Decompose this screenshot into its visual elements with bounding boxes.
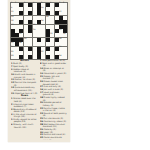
cell-r12c4[interactable]: [24, 51, 28, 55]
cell-r12c6[interactable]: [33, 51, 37, 55]
cell-r2c2[interactable]: [15, 7, 19, 11]
cell-number: 13: [11, 16, 13, 18]
cell-r6c10[interactable]: [50, 25, 54, 29]
cell-r11c2[interactable]: [15, 47, 19, 51]
cell-number: 7: [59, 2, 60, 4]
cell-number: 28: [19, 42, 21, 44]
cell-r4c6[interactable]: [33, 16, 37, 20]
clue-item: 24 Frozen sweet treat served cold (6): [40, 80, 67, 85]
clue-text: Kindly regard for other people (13): [13, 118, 36, 123]
cell-r8c3[interactable]: 22: [19, 33, 23, 37]
cell-r6c9[interactable]: [46, 25, 50, 29]
cell-r1c10[interactable]: 6: [50, 3, 54, 7]
cell-number: 26: [59, 38, 61, 40]
down-clues-part2: 7 Give permission to (3)8 Neat and in go…: [40, 59, 67, 88]
cell-r10c7[interactable]: [37, 42, 41, 46]
cell-r9c4[interactable]: 25: [24, 38, 28, 42]
cell-r10c4[interactable]: [24, 42, 28, 46]
cell-number: 16: [41, 20, 43, 22]
cell-number: 17: [11, 24, 13, 26]
clues-area: Across 1 Exist (2)7 Spoil badly (2)9 Hid…: [11, 59, 67, 140]
cell-r6c8[interactable]: [41, 25, 45, 29]
cell-number: 23: [50, 33, 52, 35]
cell-r7c5-block: [28, 29, 32, 33]
cell-r9c12[interactable]: 26: [59, 38, 63, 42]
cell-r2c11[interactable]: [55, 7, 59, 11]
cell-number: 9: [11, 7, 12, 9]
cell-r3c12[interactable]: 12: [59, 11, 63, 15]
cell-r3c11-block: [55, 11, 59, 15]
cell-r10c11[interactable]: [55, 42, 59, 46]
cell-r10c10[interactable]: [50, 42, 54, 46]
cell-number: 6: [50, 2, 51, 4]
cell-r5c5-block: [28, 20, 32, 24]
cell-r9c7-block: [37, 38, 41, 42]
cell-r1c2[interactable]: 2: [15, 3, 19, 7]
cell-number: 15: [11, 20, 13, 22]
cell-r12c11[interactable]: [55, 51, 59, 55]
cell-r3c3-block: [19, 11, 23, 15]
cell-r6c1[interactable]: 17: [11, 25, 15, 29]
cell-r3c10[interactable]: [50, 11, 54, 15]
cell-r8c11[interactable]: [55, 33, 59, 37]
cell-number: 30: [59, 46, 61, 48]
clue-text: Praise highly indeed (6): [43, 96, 65, 101]
clue-text: Well below the usual standard (11): [43, 122, 65, 127]
cell-r6c5-block: [28, 25, 32, 29]
cell-r4c5[interactable]: [28, 16, 32, 20]
cell-number: 25: [24, 38, 26, 40]
clue-item: 28 Well below the usual standard (11): [40, 122, 67, 127]
cell-r12c3[interactable]: [19, 51, 23, 55]
cell-r12c5[interactable]: [28, 51, 32, 55]
cell-r3c6[interactable]: [33, 11, 37, 15]
cell-r4c9[interactable]: 14: [46, 16, 50, 20]
cell-r11c11-block: [55, 47, 59, 51]
cell-r12c9[interactable]: [46, 51, 50, 55]
cell-number: 8: [63, 2, 64, 4]
clue-item: 13 Quite extraordinary achievement (11): [11, 86, 38, 91]
cell-r1c3-block: [19, 3, 23, 7]
cell-number: 10: [41, 7, 43, 9]
cell-number: 11: [11, 11, 13, 13]
cell-r5c2[interactable]: [15, 20, 19, 24]
cell-r2c5[interactable]: [28, 7, 32, 11]
clue-text: Beyond any shadow of doubt (13): [13, 108, 36, 113]
cell-r6c13-block: [63, 25, 67, 29]
cell-number: 20: [33, 29, 35, 31]
cell-r9c6[interactable]: [33, 38, 37, 42]
clue-item: 17 Level and even ground (4): [40, 91, 67, 96]
cell-r4c3[interactable]: [19, 16, 23, 20]
cell-r5c10[interactable]: [50, 20, 54, 24]
cell-number: 18: [33, 24, 35, 26]
cell-r4c2[interactable]: [15, 16, 19, 20]
clue-item: 3 Beyond any shadow of doubt (13): [11, 108, 38, 113]
cell-r3c13[interactable]: [63, 11, 67, 15]
clue-item: 22 Fanciful hope, castle in the air (6): [40, 106, 67, 111]
cell-r8c5[interactable]: [28, 33, 32, 37]
cell-number: 31: [11, 51, 13, 53]
cell-r4c12-block: [59, 16, 63, 20]
cell-r9c8[interactable]: [41, 38, 45, 42]
cell-r7c4[interactable]: [24, 29, 28, 33]
cell-r1c13[interactable]: 8: [63, 3, 67, 7]
cell-r10c8[interactable]: [41, 42, 45, 46]
cell-r1c4[interactable]: 3: [24, 3, 28, 7]
cell-number: 32: [41, 51, 43, 53]
cell-r10c5[interactable]: [28, 42, 32, 46]
cell-r6c4[interactable]: [24, 25, 28, 29]
cell-r10c3[interactable]: 28: [19, 42, 23, 46]
cell-r2c13[interactable]: [63, 7, 67, 11]
cell-r4c10[interactable]: [50, 16, 54, 20]
cell-r2c10[interactable]: [50, 7, 54, 11]
clue-item: 4 In the usual manner of things (13): [11, 113, 38, 118]
cell-number: 2: [15, 2, 16, 4]
clue-text: Point of the compass (2): [14, 81, 37, 86]
cell-r3c7-block: [37, 11, 41, 15]
across-clues-part2: 16 Join with a knot (3)17 Level and even…: [40, 88, 67, 140]
cell-r11c5-block: [28, 47, 32, 51]
clue-text: Hidden store of treasure (6): [13, 68, 29, 73]
clue-item: 14 Make an attempt at (3): [40, 67, 67, 72]
crossword-page: 1234567891011121314151617181920212223242…: [8, 0, 70, 142]
cell-r8c13[interactable]: 24: [63, 33, 67, 37]
cell-r8c8[interactable]: [41, 33, 45, 37]
cell-r11c10[interactable]: [50, 47, 54, 51]
clue-text: Showily, with much flourish (13): [13, 123, 33, 128]
clue-item: 32 Come round once more (6): [40, 136, 67, 140]
cell-r8c6[interactable]: [33, 33, 37, 37]
cell-r8c10[interactable]: 23: [50, 33, 54, 37]
clue-item: 20 Notable period of history (3): [40, 101, 67, 106]
clue-item: 1 Scatter seed over the field (6): [11, 97, 38, 102]
cell-r9c5[interactable]: [28, 38, 32, 42]
cell-r12c10[interactable]: [50, 51, 54, 55]
cell-r6c2[interactable]: [15, 25, 19, 29]
cell-r5c9[interactable]: [46, 20, 50, 24]
crossword-grid: 1234567891011121314151617181920212223242…: [10, 2, 68, 60]
cell-r7c11-block: [55, 29, 59, 33]
clue-text: Neat and in good order (4): [42, 62, 66, 67]
cell-r12c13[interactable]: [63, 51, 67, 55]
cell-r5c8[interactable]: 16: [41, 20, 45, 24]
clue-text: Fanciful hope, castle in the air (6): [43, 106, 65, 111]
cell-r10c6[interactable]: [33, 42, 37, 46]
clue-column-left: Across 1 Exist (2)7 Spoil badly (2)9 Hid…: [11, 59, 38, 140]
cell-r2c8[interactable]: 10: [41, 7, 45, 11]
cell-r9c10[interactable]: [50, 38, 54, 42]
cell-r4c11[interactable]: [55, 16, 59, 20]
cell-r3c5-block: [28, 11, 32, 15]
cell-r11c6[interactable]: [33, 47, 37, 51]
cell-r7c8[interactable]: [41, 29, 45, 33]
cell-r3c2[interactable]: [15, 11, 19, 15]
clue-text: Harsh and severe in manner (6): [14, 73, 36, 78]
cell-number: 34: [59, 55, 61, 57]
down-clues-part1: 1 Scatter seed over the field (6)2 Infor…: [11, 97, 38, 127]
cell-r3c8[interactable]: [41, 11, 45, 15]
cell-number: 24: [63, 33, 65, 35]
clue-text: Notable period of history (3): [43, 101, 62, 106]
cell-r9c11-block: [55, 38, 59, 42]
clue-item: 2 Informal meal taken outdoors (7): [11, 102, 38, 107]
cell-r7c6[interactable]: 20: [33, 29, 37, 33]
cell-r8c7[interactable]: [37, 33, 41, 37]
clue-item: 10 Harsh and severe in manner (6): [11, 73, 38, 78]
clue-text: Level and even ground (4): [43, 91, 60, 96]
cell-number: 3: [24, 2, 25, 4]
cell-number: 33: [11, 55, 13, 57]
cell-r5c13-block: [63, 20, 67, 24]
cell-number: 27: [11, 42, 13, 44]
clue-text: Frozen sweet treat served cold (6): [43, 80, 63, 85]
cell-r5c3-block: [19, 20, 23, 24]
cell-number: 21: [59, 29, 61, 31]
cell-number: 5: [41, 2, 42, 4]
cell-r1c6[interactable]: 4: [33, 3, 37, 7]
cell-r2c3[interactable]: [19, 7, 23, 11]
cell-r6c11[interactable]: [55, 25, 59, 29]
clue-text: Deeply felt and sincere (7): [43, 75, 60, 80]
cell-number: 14: [46, 16, 48, 18]
cell-r6c3[interactable]: [19, 25, 23, 29]
cell-r8c1-block: [11, 33, 15, 37]
cell-r3c4[interactable]: [24, 11, 28, 15]
cell-number: 19: [37, 24, 39, 26]
cell-r9c9-block: [46, 38, 50, 42]
cell-r4c4[interactable]: [24, 16, 28, 20]
cell-r9c13[interactable]: [63, 38, 67, 42]
clue-item: 8 Neat and in good order (4): [40, 62, 67, 67]
clue-column-right: 7 Give permission to (3)8 Neat and in go…: [40, 59, 67, 140]
cell-r2c9[interactable]: [46, 7, 50, 11]
cell-number: 12: [59, 11, 61, 13]
cell-r11c4[interactable]: [24, 47, 28, 51]
cell-number: 22: [19, 33, 21, 35]
clue-item: 18 Praise highly indeed (6): [40, 96, 67, 101]
clue-item: 5 Kindly regard for other people (13): [11, 118, 38, 123]
cell-r4c13[interactable]: [63, 16, 67, 20]
clue-text: In the usual manner of things (13): [13, 113, 36, 118]
cell-r7c7[interactable]: [37, 29, 41, 33]
across-clues-part1: 1 Exist (2)7 Spoil badly (2)9 Hidden sto…: [11, 62, 38, 93]
clue-item: 21 Deeply felt and sincere (7): [40, 75, 67, 80]
screenshot-root: 1234567891011121314151617181920212223242…: [0, 0, 150, 150]
clue-text: Make an attempt at (3): [43, 67, 64, 72]
clue-item: 9 Hidden store of treasure (6): [11, 68, 38, 73]
cell-number: 1: [11, 2, 12, 4]
clue-item: 6 Showily, with much flourish (13): [11, 123, 38, 128]
cell-r5c12-block: [59, 20, 63, 24]
cell-r11c9-block: [46, 47, 50, 51]
cell-r5c4[interactable]: [24, 20, 28, 24]
cell-r11c3-block: [19, 47, 23, 51]
cell-r6c7[interactable]: 19: [37, 25, 41, 29]
cell-r2c4[interactable]: [24, 7, 28, 11]
down-header: Down: [11, 94, 38, 96]
cell-r7c1-block: [11, 29, 15, 33]
cell-r10c9[interactable]: [46, 42, 50, 46]
cell-number: 29: [11, 46, 13, 48]
clue-item: 12 Point of the compass (2): [11, 81, 38, 86]
cell-r1c5-block: [28, 3, 32, 7]
cell-number: 4: [33, 2, 34, 4]
cell-r10c13[interactable]: [63, 42, 67, 46]
cell-r12c2[interactable]: [15, 51, 19, 55]
cell-r12c8[interactable]: 32: [41, 51, 45, 55]
clue-text: Sound of bells pealing (4): [43, 112, 67, 117]
clue-item: 23 Sound of bells pealing (4): [40, 112, 67, 117]
cell-r11c13[interactable]: [63, 47, 67, 51]
clue-text: Scatter seed over the field (6): [13, 97, 35, 102]
across-header: Across: [11, 59, 38, 61]
cell-r5c11-block: [55, 20, 59, 24]
cell-r1c11-block: [55, 3, 59, 7]
cell-r2c6[interactable]: [33, 7, 37, 11]
clue-text: Come round once more (6): [43, 136, 62, 140]
clue-text: Quite extraordinary achievement (11): [14, 86, 35, 91]
clue-text: Informal meal taken outdoors (7): [13, 102, 34, 107]
cell-r11c12[interactable]: 30: [59, 47, 63, 51]
